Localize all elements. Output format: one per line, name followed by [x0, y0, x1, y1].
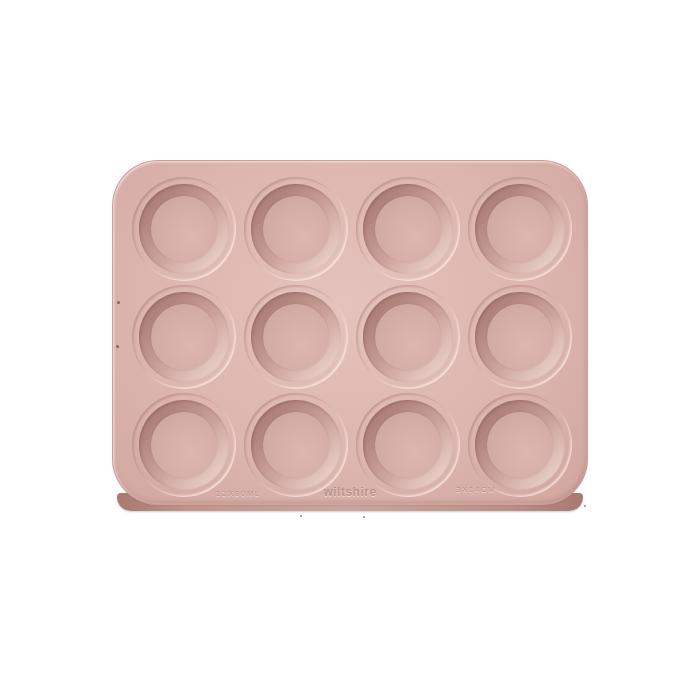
- muffin-cup: [470, 395, 570, 495]
- muffin-cup: [246, 287, 346, 387]
- cup-floor: [375, 196, 441, 262]
- cup-floor: [263, 304, 329, 370]
- muffin-cup: [358, 179, 458, 279]
- cup-floor: [487, 304, 553, 370]
- product-photo: 12X80ML wiltshire 3X14CM: [0, 0, 700, 700]
- cup-floor: [151, 412, 217, 478]
- cup-well: [363, 184, 453, 274]
- muffin-cup: [246, 395, 346, 495]
- blemish-speck: [584, 505, 586, 507]
- cup-floor: [487, 412, 553, 478]
- muffin-cup: [470, 179, 570, 279]
- cup-well: [363, 400, 453, 490]
- cup-well: [251, 400, 341, 490]
- blemish-speck: [363, 516, 365, 518]
- cup-well: [475, 400, 565, 490]
- muffin-cup: [358, 395, 458, 495]
- cup-well: [139, 400, 229, 490]
- cup-floor: [263, 196, 329, 262]
- muffin-cup: [134, 179, 234, 279]
- muffin-cup: [134, 287, 234, 387]
- muffin-cup: [246, 179, 346, 279]
- embossed-brand-mark: wiltshire: [323, 485, 376, 499]
- cup-well: [251, 292, 341, 382]
- cup-well: [363, 292, 453, 382]
- cup-floor: [487, 196, 553, 262]
- cup-floor: [151, 304, 217, 370]
- cup-well: [251, 184, 341, 274]
- cup-floor: [375, 412, 441, 478]
- muffin-cup: [134, 395, 234, 495]
- cup-floor: [375, 304, 441, 370]
- muffin-cup: [358, 287, 458, 387]
- blemish-speck: [116, 345, 119, 348]
- cup-well: [475, 184, 565, 274]
- cup-floor: [263, 412, 329, 478]
- cup-floor: [151, 196, 217, 262]
- blemish-speck: [117, 301, 120, 304]
- muffin-cup: [470, 287, 570, 387]
- embossed-capacity-mark: 12X80ML: [216, 489, 261, 498]
- blemish-speck: [300, 515, 302, 517]
- muffin-pan: 12X80ML wiltshire 3X14CM: [112, 160, 588, 511]
- cup-well: [475, 292, 565, 382]
- cup-well: [139, 184, 229, 274]
- cup-well: [139, 292, 229, 382]
- embossed-size-mark: 3X14CM: [456, 485, 496, 494]
- pan-top-surface: 12X80ML wiltshire 3X14CM: [112, 160, 588, 505]
